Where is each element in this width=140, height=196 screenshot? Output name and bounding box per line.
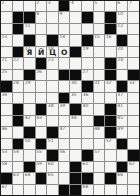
crossword-cell[interactable] [94, 24, 105, 34]
crossword-cell[interactable] [105, 93, 116, 103]
crossword-cell[interactable]: 45 [117, 116, 128, 126]
clue-number: 4 [71, 1, 74, 6]
crossword-cell[interactable]: 57 [94, 150, 105, 160]
crossword-cell[interactable]: 14 [59, 35, 70, 45]
crossword-cell[interactable]: 52 [105, 139, 116, 149]
crossword-cell[interactable]: 55 [36, 150, 47, 160]
clue-number: 43 [36, 116, 42, 121]
crossword-cell[interactable] [24, 150, 35, 160]
crossword-cell[interactable] [13, 35, 24, 45]
crossword-cell[interactable]: 3 [47, 1, 58, 11]
clue-number: 53 [2, 150, 8, 155]
blocked-cell [117, 139, 128, 149]
crossword-cell[interactable]: 64 [24, 173, 35, 183]
blocked-cell [47, 127, 58, 137]
crossword-cell[interactable] [1, 12, 12, 22]
crossword-cell[interactable] [94, 185, 105, 195]
crossword-cell[interactable]: 38 [47, 104, 58, 114]
clue-number: 14 [59, 35, 65, 40]
blocked-cell [105, 58, 116, 68]
crossword-cell[interactable] [13, 1, 24, 11]
crossword-cell[interactable] [70, 127, 81, 137]
crossword-cell[interactable]: 68 [82, 185, 93, 195]
clue-number: 6 [117, 1, 120, 6]
blocked-cell [24, 70, 35, 80]
clue-number: 50 [25, 139, 31, 144]
crossword-cell[interactable] [47, 185, 58, 195]
blocked-cell [105, 24, 116, 34]
clue-number: 29 [25, 81, 31, 86]
blocked-cell [70, 104, 81, 114]
crossword-cell[interactable] [128, 47, 139, 57]
clue-number: 68 [83, 185, 89, 190]
blocked-cell [105, 104, 116, 114]
crossword-cell[interactable] [24, 58, 35, 68]
crossword-cell[interactable] [128, 185, 139, 195]
clue-number: 38 [48, 104, 54, 109]
blocked-cell [47, 150, 58, 160]
clue-number: 28 [13, 81, 19, 86]
crossword-cell[interactable] [13, 127, 24, 137]
clue-number: 13 [2, 35, 8, 40]
crossword-cell[interactable]: Й [36, 47, 47, 57]
clue-number: 35 [71, 93, 77, 98]
clue-number: 55 [36, 150, 42, 155]
crossword-cell[interactable] [70, 35, 81, 45]
clue-number: 16 [106, 35, 112, 40]
crossword-cell[interactable] [36, 127, 47, 137]
crossword-cell[interactable] [1, 116, 12, 126]
crossword-cell[interactable] [94, 58, 105, 68]
crossword-cell[interactable]: 15 [94, 35, 105, 45]
crossword-cell[interactable] [36, 81, 47, 91]
crossword-cell[interactable] [128, 12, 139, 22]
crossword-cell[interactable] [117, 185, 128, 195]
crossword-cell[interactable] [128, 93, 139, 103]
crossword-cell[interactable]: 12 [117, 24, 128, 34]
clue-number: 49 [117, 127, 123, 132]
crossword-cell[interactable] [13, 162, 24, 172]
crossword-cell[interactable] [13, 185, 24, 195]
crossword-cell[interactable] [82, 24, 93, 34]
crossword-cell[interactable]: 29 [24, 81, 35, 91]
crossword-cell[interactable] [105, 150, 116, 160]
crossword-cell[interactable]: 2 [36, 1, 47, 11]
blocked-cell [128, 70, 139, 80]
crossword-cell[interactable] [47, 24, 58, 34]
crossword-cell[interactable]: 8 [36, 12, 47, 22]
clue-number: 42 [25, 116, 31, 121]
blocked-cell [70, 47, 81, 57]
crossword-cell[interactable]: 1 [1, 1, 12, 11]
blocked-cell [82, 81, 93, 91]
clue-number: 37 [117, 93, 123, 98]
crossword-cell[interactable] [24, 93, 35, 103]
crossword-cell[interactable] [47, 12, 58, 22]
blocked-cell [24, 35, 35, 45]
crossword-cell[interactable] [82, 127, 93, 137]
blocked-cell [13, 24, 24, 34]
crossword-grid: 1234567891011121314151617ЯЙ18ЦО192021222… [0, 0, 140, 196]
clue-number: 40 [83, 104, 89, 109]
crossword-cell[interactable]: 18Ц [47, 47, 58, 57]
crossword-cell[interactable] [59, 139, 70, 149]
blocked-cell [59, 185, 70, 195]
blocked-cell [59, 1, 70, 11]
blocked-cell [70, 162, 81, 172]
crossword-cell[interactable] [59, 81, 70, 91]
crossword-cell[interactable]: 30 [70, 81, 81, 91]
clue-number: 19 [83, 47, 89, 52]
blocked-cell [105, 70, 116, 80]
filled-letter: О [59, 48, 70, 57]
clue-number: 54 [13, 150, 19, 155]
crossword-cell[interactable]: 50 [24, 139, 35, 149]
clue-number: 47 [59, 127, 65, 132]
clue-number: 15 [94, 35, 100, 40]
blocked-cell [36, 104, 47, 114]
clue-number: 12 [117, 24, 123, 29]
crossword-cell[interactable]: 60 [47, 162, 58, 172]
blocked-cell [105, 12, 116, 22]
clue-number: 58 [2, 162, 8, 167]
crossword-cell[interactable]: 11 [24, 24, 35, 34]
crossword-cell[interactable] [70, 139, 81, 149]
crossword-cell[interactable] [1, 104, 12, 114]
crossword-cell[interactable] [36, 185, 47, 195]
clue-number: 8 [36, 12, 39, 17]
blocked-cell [82, 173, 93, 183]
crossword-cell[interactable]: 17Я [24, 47, 35, 57]
blocked-cell [36, 173, 47, 183]
crossword-cell[interactable]: 61 [82, 162, 93, 172]
blocked-cell [13, 139, 24, 149]
clue-number: 9 [59, 12, 62, 17]
clue-number: 3 [48, 1, 51, 6]
crossword-cell[interactable]: 62 [128, 162, 139, 172]
blocked-cell [59, 93, 70, 103]
crossword-cell[interactable]: 39 [59, 104, 70, 114]
crossword-cell[interactable]: 47 [59, 127, 70, 137]
crossword-cell[interactable]: 13 [1, 35, 12, 45]
blocked-cell [59, 70, 70, 80]
crossword-cell[interactable]: 9 [59, 12, 70, 22]
clue-number: 25 [2, 70, 8, 75]
crossword-cell[interactable]: 33 [128, 81, 139, 91]
crossword-cell[interactable]: 43 [36, 116, 47, 126]
crossword-cell[interactable]: 35 [70, 93, 81, 103]
clue-number: 26 [36, 70, 42, 75]
clue-number: 59 [36, 162, 42, 167]
crossword-cell[interactable] [105, 1, 116, 11]
filled-letter: Я [24, 48, 35, 57]
blocked-cell [24, 12, 35, 22]
crossword-cell[interactable] [117, 150, 128, 160]
crossword-cell[interactable]: 63 [13, 173, 24, 183]
clue-number: 45 [117, 116, 123, 121]
crossword-cell[interactable] [82, 1, 93, 11]
crossword-cell[interactable]: 23 [47, 58, 58, 68]
clue-number: 5 [94, 1, 97, 6]
blocked-cell [94, 116, 105, 126]
crossword-cell[interactable] [94, 12, 105, 22]
blocked-cell [82, 35, 93, 45]
blocked-cell [117, 35, 128, 45]
clue-number: 7 [129, 1, 132, 6]
crossword-cell[interactable]: 54 [13, 150, 24, 160]
crossword-cell[interactable]: 31 [94, 81, 105, 91]
clue-number: 65 [48, 173, 54, 178]
crossword-cell[interactable] [59, 162, 70, 172]
clue-number: 52 [106, 139, 112, 144]
crossword-cell[interactable]: 37 [117, 93, 128, 103]
blocked-cell [36, 58, 47, 68]
crossword-cell[interactable] [1, 47, 12, 57]
crossword-cell[interactable] [94, 104, 105, 114]
clue-number: 60 [48, 162, 54, 167]
crossword-cell[interactable]: 48 [94, 127, 105, 137]
crossword-cell[interactable]: 21 [1, 58, 12, 68]
crossword-cell[interactable]: 10 [117, 12, 128, 22]
crossword-cell[interactable] [128, 127, 139, 137]
crossword-cell[interactable] [94, 93, 105, 103]
crossword-cell[interactable] [24, 104, 35, 114]
crossword-cell[interactable]: 67 [1, 185, 12, 195]
crossword-cell[interactable] [82, 58, 93, 68]
crossword-cell[interactable]: 24 [117, 58, 128, 68]
clue-number: 31 [94, 81, 100, 86]
clue-number: 62 [129, 162, 135, 167]
blocked-cell [1, 173, 12, 183]
crossword-cell[interactable] [128, 173, 139, 183]
clue-number: 46 [2, 127, 8, 132]
crossword-cell[interactable]: 40 [82, 104, 93, 114]
crossword-cell[interactable]: 27 [82, 70, 93, 80]
clue-number: 2 [36, 1, 39, 6]
crossword-cell[interactable]: 41 [117, 104, 128, 114]
crossword-cell[interactable] [94, 173, 105, 183]
crossword-cell[interactable]: 19 [82, 47, 93, 57]
blocked-cell [82, 150, 93, 160]
filled-letter: Й [36, 48, 47, 57]
crossword-cell[interactable] [105, 47, 116, 57]
blocked-cell [13, 12, 24, 22]
blocked-cell [13, 116, 24, 126]
blocked-cell [117, 81, 128, 91]
crossword-cell[interactable]: 58 [1, 162, 12, 172]
clue-number: 23 [48, 58, 54, 63]
clue-number: 20 [117, 47, 123, 52]
clue-number: 21 [2, 58, 8, 63]
crossword-cell[interactable]: 44 [70, 116, 81, 126]
clue-number: 67 [2, 185, 8, 190]
crossword-cell[interactable]: 20 [117, 47, 128, 57]
crossword-cell[interactable]: 4 [70, 1, 81, 11]
crossword-cell[interactable] [128, 116, 139, 126]
crossword-cell[interactable] [1, 24, 12, 34]
crossword-cell[interactable]: 59 [36, 162, 47, 172]
blocked-cell [70, 70, 81, 80]
crossword-cell[interactable]: 65 [47, 173, 58, 183]
clue-number: 64 [25, 173, 31, 178]
crossword-cell[interactable] [128, 35, 139, 45]
crossword-cell[interactable]: 16 [105, 35, 116, 45]
crossword-cell[interactable]: 7 [128, 1, 139, 11]
blocked-cell [24, 127, 35, 137]
crossword-cell[interactable]: 5 [94, 1, 105, 11]
clue-number: 36 [83, 93, 89, 98]
crossword-cell[interactable]: 32 [105, 81, 116, 91]
blocked-cell [70, 173, 81, 183]
crossword-cell[interactable] [13, 70, 24, 80]
clue-number: 51 [48, 139, 54, 144]
blocked-cell [70, 185, 81, 195]
clue-number: 34 [2, 93, 8, 98]
blocked-cell [24, 162, 35, 172]
blocked-cell [128, 150, 139, 160]
crossword-cell[interactable]: 36 [82, 93, 93, 103]
crossword-cell[interactable]: 34 [1, 93, 12, 103]
clue-number: 66 [117, 173, 123, 178]
crossword-cell[interactable] [82, 116, 93, 126]
crossword-cell[interactable]: 56 [59, 150, 70, 160]
crossword-cell[interactable] [36, 93, 47, 103]
crossword-cell[interactable]: 53 [1, 150, 12, 160]
crossword-cell[interactable] [47, 81, 58, 91]
crossword-cell[interactable] [128, 24, 139, 34]
blocked-cell [13, 47, 24, 57]
crossword-cell[interactable] [70, 12, 81, 22]
crossword-cell[interactable]: 25 [1, 70, 12, 80]
crossword-cell[interactable] [47, 93, 58, 103]
crossword-cell[interactable] [128, 104, 139, 114]
crossword-cell[interactable]: 6 [117, 1, 128, 11]
crossword-cell[interactable]: О [59, 47, 70, 57]
crossword-cell[interactable] [36, 24, 47, 34]
clue-number: 30 [71, 81, 77, 86]
crossword-cell[interactable]: 28 [13, 81, 24, 91]
blocked-cell [105, 173, 116, 183]
crossword-cell[interactable] [94, 162, 105, 172]
blocked-cell [13, 104, 24, 114]
crossword-cell[interactable] [70, 150, 81, 160]
blocked-cell [47, 35, 58, 45]
crossword-cell[interactable] [47, 70, 58, 80]
clue-number: 22 [13, 58, 19, 63]
clue-number: 10 [117, 12, 123, 17]
crossword-cell[interactable] [70, 24, 81, 34]
blocked-cell [105, 116, 116, 126]
clue-number: 1 [2, 1, 5, 6]
blocked-cell [1, 81, 12, 91]
crossword-cell[interactable]: 51 [47, 139, 58, 149]
blocked-cell [36, 139, 47, 149]
crossword-cell[interactable] [36, 35, 47, 45]
crossword-cell[interactable] [70, 58, 81, 68]
crossword-cell[interactable] [47, 116, 58, 126]
blocked-cell [117, 162, 128, 172]
crossword-cell[interactable] [94, 47, 105, 57]
crossword-cell[interactable] [59, 58, 70, 68]
clue-number: 44 [71, 116, 77, 121]
clue-number: 39 [59, 104, 65, 109]
crossword-cell[interactable] [128, 139, 139, 149]
crossword-cell[interactable] [105, 185, 116, 195]
clue-number: 11 [25, 24, 31, 29]
crossword-cell[interactable] [82, 139, 93, 149]
crossword-cell[interactable] [128, 58, 139, 68]
crossword-cell[interactable] [105, 162, 116, 172]
crossword-cell[interactable]: 46 [1, 127, 12, 137]
clue-number: 48 [94, 127, 100, 132]
crossword-cell[interactable] [117, 70, 128, 80]
clue-number: 33 [129, 81, 135, 86]
crossword-cell[interactable]: 49 [117, 127, 128, 137]
crossword-cell[interactable]: 66 [117, 173, 128, 183]
blocked-cell [82, 12, 93, 22]
crossword-cell[interactable] [24, 1, 35, 11]
crossword-cell[interactable] [59, 24, 70, 34]
blocked-cell [105, 127, 116, 137]
clue-number: 24 [117, 58, 123, 63]
crossword-cell[interactable]: 22 [13, 58, 24, 68]
clue-number: 61 [83, 162, 89, 167]
crossword-cell[interactable] [94, 70, 105, 80]
crossword-cell[interactable] [1, 139, 12, 149]
crossword-cell[interactable]: 26 [36, 70, 47, 80]
crossword-cell[interactable] [59, 173, 70, 183]
clue-number: 56 [59, 150, 65, 155]
crossword-cell[interactable] [24, 185, 35, 195]
crossword-cell[interactable] [59, 116, 70, 126]
clue-number: 41 [117, 104, 123, 109]
filled-letter: Ц [47, 48, 58, 57]
clue-number: 27 [83, 70, 89, 75]
crossword-cell[interactable] [13, 93, 24, 103]
crossword-cell[interactable]: 42 [24, 116, 35, 126]
crossword-cell[interactable] [94, 139, 105, 149]
clue-number: 63 [13, 173, 19, 178]
clue-number: 57 [94, 150, 100, 155]
clue-number: 32 [106, 81, 112, 86]
